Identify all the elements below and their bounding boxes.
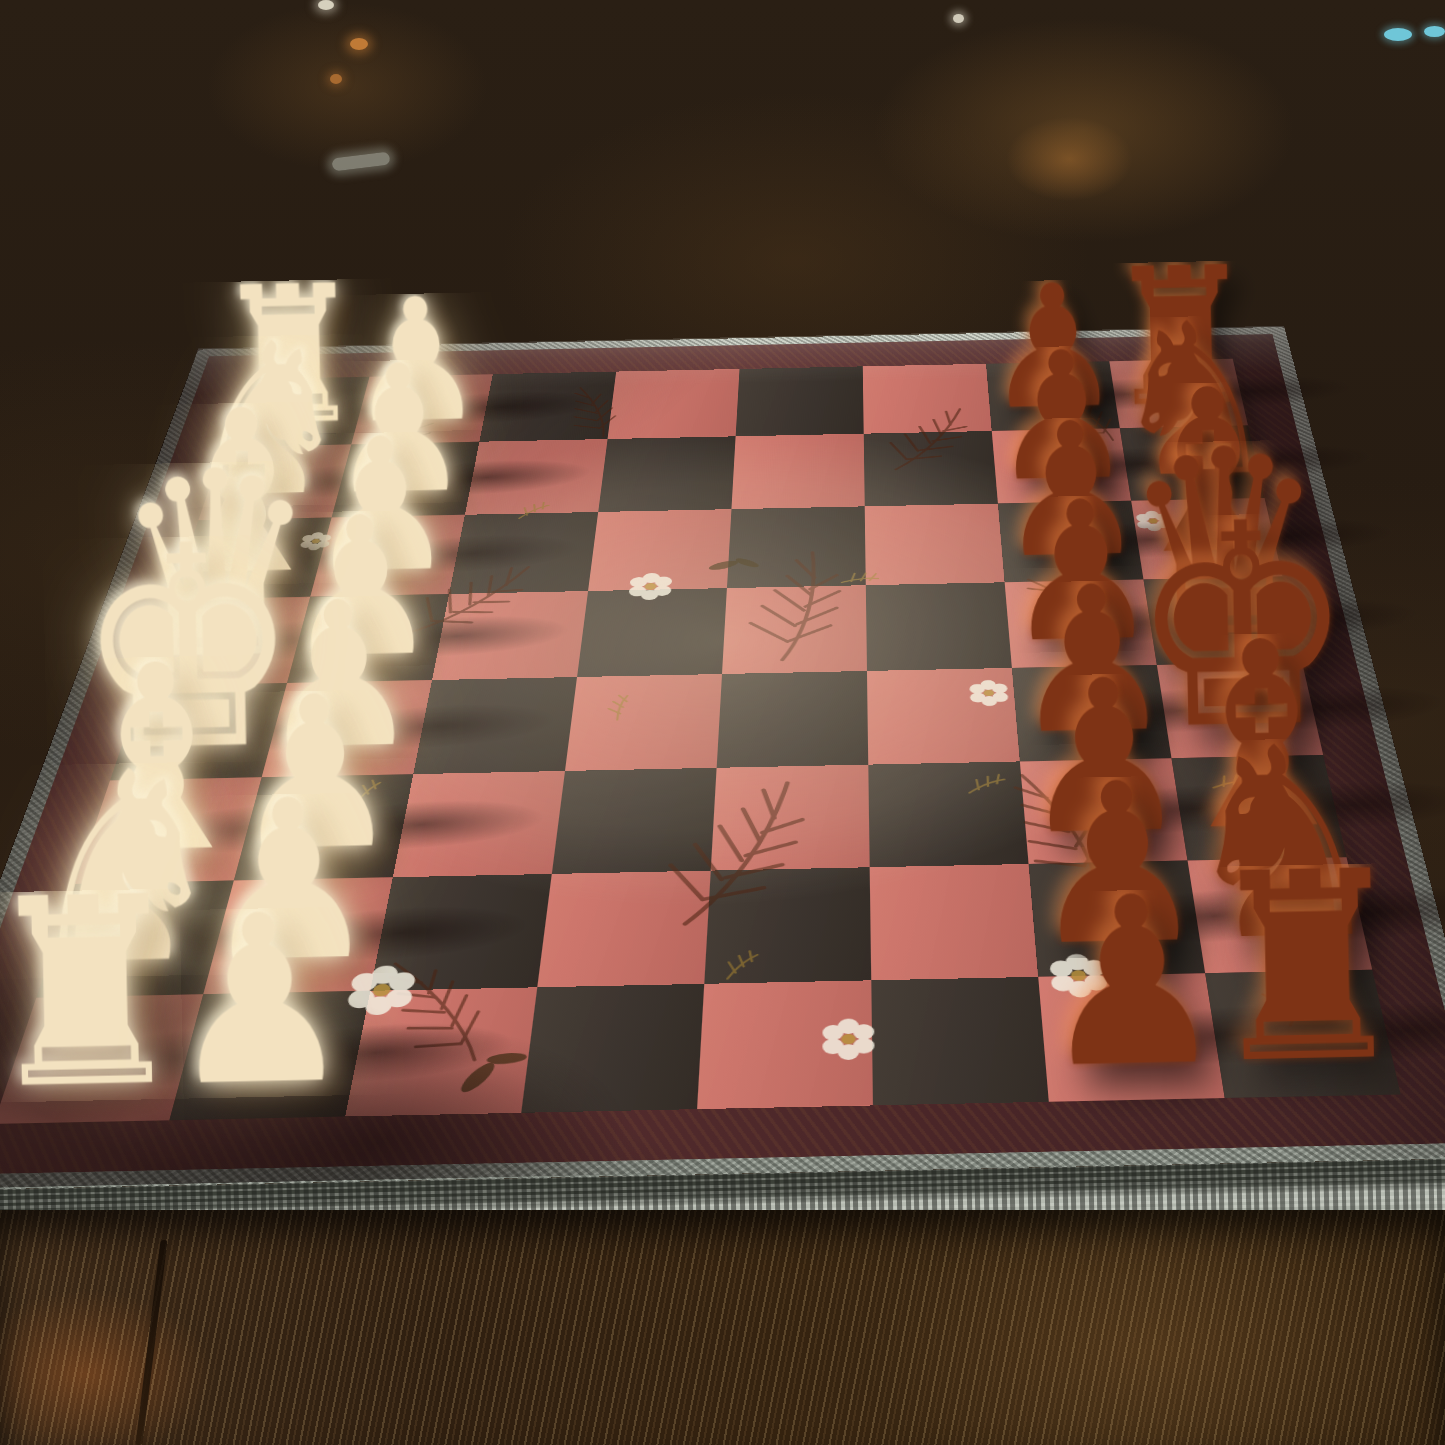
square-g4[interactable] [537, 871, 710, 988]
square-c5[interactable] [727, 506, 866, 588]
square-f4[interactable] [552, 768, 717, 874]
square-h2[interactable]: ♟ [169, 991, 370, 1120]
square-a4[interactable] [608, 369, 740, 439]
square-c4[interactable] [588, 509, 731, 591]
square-e5[interactable] [717, 671, 869, 768]
black-rook[interactable]: ♜ [1139, 861, 1445, 1076]
chess-board: ♜♟♟♜♞♟♟♞♝♟♟♝♛♟♟♛♚♟♟♚♝♟♟♝♞♟♟♞♜♟♟♜ [0, 327, 1445, 1192]
white-pawn[interactable]: ♟ [92, 905, 428, 1098]
square-h4[interactable] [521, 984, 704, 1113]
board-grid: ♜♟♟♜♞♟♟♞♝♟♟♝♛♟♟♛♚♟♟♚♝♟♟♝♞♟♟♞♜♟♟♜ [0, 359, 1401, 1124]
square-a5[interactable] [736, 366, 864, 436]
piece-glyph: ♜ [1201, 850, 1413, 1087]
square-h8[interactable]: ♜ [1205, 970, 1400, 1098]
table-surface-scratched-wood [0, 1210, 1445, 1445]
square-e4[interactable] [565, 674, 722, 771]
square-b4[interactable] [598, 436, 735, 512]
chess-photo-scene: ♜♟♟♜♞♟♟♞♝♟♟♝♛♟♟♛♚♟♟♚♝♟♟♝♞♟♟♞♜♟♟♜ [0, 0, 1445, 1445]
square-h5[interactable] [697, 980, 873, 1109]
square-f5[interactable] [711, 765, 870, 871]
piece-glyph: ♟ [165, 895, 355, 1108]
